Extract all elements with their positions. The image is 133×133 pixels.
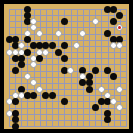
- black-stone[interactable]: [61, 55, 68, 62]
- black-stone[interactable]: [110, 18, 117, 25]
- grid-line-vertical: [52, 9, 53, 127]
- grid-line-vertical: [40, 9, 41, 127]
- grid-line-vertical: [101, 9, 102, 127]
- go-board[interactable]: [4, 4, 129, 129]
- black-stone[interactable]: [18, 61, 25, 68]
- black-stone[interactable]: [92, 104, 99, 111]
- grid-line-horizontal: [9, 126, 127, 127]
- black-stone[interactable]: [42, 92, 49, 99]
- grid-line-vertical: [58, 9, 59, 127]
- white-stone[interactable]: [42, 49, 49, 56]
- grid-line-vertical: [114, 9, 115, 127]
- black-stone[interactable]: [92, 67, 99, 74]
- black-stone[interactable]: [86, 79, 93, 86]
- white-stone[interactable]: [30, 24, 37, 31]
- white-stone[interactable]: [30, 61, 37, 68]
- black-stone[interactable]: [12, 98, 19, 105]
- black-stone[interactable]: [49, 92, 56, 99]
- black-stone[interactable]: [110, 73, 117, 80]
- white-stone[interactable]: [36, 86, 43, 93]
- go-app-window: [0, 0, 133, 133]
- white-stone[interactable]: [55, 30, 62, 37]
- grid-line-horizontal: [9, 64, 127, 65]
- black-stone[interactable]: [104, 30, 111, 37]
- last-move-marker: [118, 26, 121, 29]
- grid-line-vertical: [126, 9, 127, 127]
- black-stone[interactable]: [79, 79, 86, 86]
- grid-line-horizontal: [9, 108, 127, 109]
- black-stone[interactable]: [42, 42, 49, 49]
- black-stone[interactable]: [30, 92, 37, 99]
- white-stone[interactable]: [116, 42, 123, 49]
- black-stone[interactable]: [61, 42, 68, 49]
- grid-line-horizontal: [9, 89, 127, 90]
- white-stone[interactable]: [18, 42, 25, 49]
- black-stone[interactable]: [110, 6, 117, 13]
- black-stone[interactable]: [12, 123, 19, 130]
- white-stone[interactable]: [116, 86, 123, 93]
- black-stone[interactable]: [55, 49, 62, 56]
- black-stone[interactable]: [24, 49, 31, 56]
- white-stone[interactable]: [30, 79, 37, 86]
- grid-line-horizontal: [9, 27, 127, 28]
- black-stone[interactable]: [104, 116, 111, 123]
- white-stone[interactable]: [24, 73, 31, 80]
- black-stone[interactable]: [36, 55, 43, 62]
- white-stone[interactable]: [110, 98, 117, 105]
- white-stone[interactable]: [73, 42, 80, 49]
- black-stone[interactable]: [86, 86, 93, 93]
- white-stone[interactable]: [92, 18, 99, 25]
- grid-line-vertical: [77, 9, 78, 127]
- grid-line-vertical: [89, 9, 90, 127]
- black-stone[interactable]: [12, 67, 19, 74]
- white-stone[interactable]: [67, 67, 74, 74]
- grid-line-horizontal: [9, 83, 127, 84]
- black-stone[interactable]: [104, 67, 111, 74]
- white-stone[interactable]: [36, 30, 43, 37]
- black-stone[interactable]: [61, 18, 68, 25]
- white-stone[interactable]: [79, 30, 86, 37]
- black-stone[interactable]: [49, 42, 56, 49]
- black-stone[interactable]: [24, 36, 31, 43]
- grid-line-vertical: [46, 9, 47, 127]
- black-stone[interactable]: [12, 116, 19, 123]
- black-stone[interactable]: [116, 12, 123, 19]
- grid-line-horizontal: [9, 58, 127, 59]
- white-stone[interactable]: [98, 86, 105, 93]
- black-stone[interactable]: [61, 98, 68, 105]
- white-stone[interactable]: [116, 104, 123, 111]
